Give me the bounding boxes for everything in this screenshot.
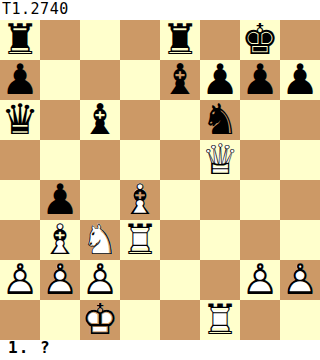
piece-white-knight-fill: ♞	[80, 220, 120, 260]
piece-white-bishop: ♗	[120, 180, 160, 220]
piece-white-rook-fill: ♜	[120, 220, 160, 260]
puzzle-title: T1.2740	[2, 0, 69, 18]
square-e6[interactable]	[160, 100, 200, 140]
piece-white-pawn: ♙	[0, 260, 40, 300]
square-f5[interactable]: ♛♕	[200, 140, 240, 180]
square-c3[interactable]: ♞♘	[80, 220, 120, 260]
square-g8[interactable]: ♚	[240, 20, 280, 60]
square-d4[interactable]: ♝♗	[120, 180, 160, 220]
square-g4[interactable]	[240, 180, 280, 220]
square-a5[interactable]	[0, 140, 40, 180]
piece-white-queen-fill: ♛	[200, 140, 240, 180]
piece-white-pawn-fill: ♟	[40, 260, 80, 300]
piece-black-pawn: ♟	[0, 60, 40, 100]
square-h8[interactable]	[280, 20, 320, 60]
square-h3[interactable]	[280, 220, 320, 260]
square-b8[interactable]	[40, 20, 80, 60]
piece-black-king: ♚	[240, 20, 280, 60]
square-b6[interactable]	[40, 100, 80, 140]
square-f3[interactable]	[200, 220, 240, 260]
square-g1[interactable]	[240, 300, 280, 340]
square-f7[interactable]: ♟	[200, 60, 240, 100]
piece-black-knight: ♞	[200, 100, 240, 140]
square-c8[interactable]	[80, 20, 120, 60]
piece-white-king: ♔	[80, 300, 120, 340]
piece-white-bishop-fill: ♝	[40, 220, 80, 260]
square-g3[interactable]	[240, 220, 280, 260]
square-b3[interactable]: ♝♗	[40, 220, 80, 260]
square-h2[interactable]: ♟♙	[280, 260, 320, 300]
square-c7[interactable]	[80, 60, 120, 100]
square-a4[interactable]	[0, 180, 40, 220]
piece-white-rook: ♖	[120, 220, 160, 260]
piece-white-queen: ♕	[200, 140, 240, 180]
piece-black-bishop: ♝	[160, 60, 200, 100]
square-e7[interactable]: ♝	[160, 60, 200, 100]
move-prompt: 1. ?	[8, 338, 51, 357]
square-f8[interactable]	[200, 20, 240, 60]
piece-white-bishop-fill: ♝	[120, 180, 160, 220]
piece-white-pawn-fill: ♟	[0, 260, 40, 300]
piece-black-pawn: ♟	[280, 60, 320, 100]
piece-black-rook: ♜	[0, 20, 40, 60]
square-f2[interactable]	[200, 260, 240, 300]
square-a7[interactable]: ♟	[0, 60, 40, 100]
piece-black-pawn: ♟	[200, 60, 240, 100]
piece-white-pawn-fill: ♟	[240, 260, 280, 300]
square-h4[interactable]	[280, 180, 320, 220]
square-g6[interactable]	[240, 100, 280, 140]
square-c2[interactable]: ♟♙	[80, 260, 120, 300]
square-h6[interactable]	[280, 100, 320, 140]
piece-white-rook-fill: ♜	[200, 300, 240, 340]
square-g2[interactable]: ♟♙	[240, 260, 280, 300]
piece-white-rook: ♖	[200, 300, 240, 340]
square-f4[interactable]	[200, 180, 240, 220]
square-e5[interactable]	[160, 140, 200, 180]
piece-black-bishop: ♝	[80, 100, 120, 140]
square-d6[interactable]	[120, 100, 160, 140]
piece-black-pawn: ♟	[40, 180, 80, 220]
square-b5[interactable]	[40, 140, 80, 180]
square-d7[interactable]	[120, 60, 160, 100]
square-a1[interactable]	[0, 300, 40, 340]
piece-black-pawn: ♟	[240, 60, 280, 100]
piece-black-rook: ♜	[160, 20, 200, 60]
piece-white-pawn: ♙	[280, 260, 320, 300]
square-b2[interactable]: ♟♙	[40, 260, 80, 300]
piece-white-pawn: ♙	[240, 260, 280, 300]
square-c4[interactable]	[80, 180, 120, 220]
square-e4[interactable]	[160, 180, 200, 220]
square-h1[interactable]	[280, 300, 320, 340]
square-e3[interactable]	[160, 220, 200, 260]
square-d8[interactable]	[120, 20, 160, 60]
piece-white-knight: ♘	[80, 220, 120, 260]
square-g7[interactable]: ♟	[240, 60, 280, 100]
piece-white-bishop: ♗	[40, 220, 80, 260]
square-a8[interactable]: ♜	[0, 20, 40, 60]
square-b7[interactable]	[40, 60, 80, 100]
square-g5[interactable]	[240, 140, 280, 180]
piece-white-pawn-fill: ♟	[280, 260, 320, 300]
square-f1[interactable]: ♜♖	[200, 300, 240, 340]
piece-white-pawn: ♙	[40, 260, 80, 300]
square-c1[interactable]: ♚♔	[80, 300, 120, 340]
square-h7[interactable]: ♟	[280, 60, 320, 100]
square-c6[interactable]: ♝	[80, 100, 120, 140]
square-a3[interactable]	[0, 220, 40, 260]
square-b4[interactable]: ♟	[40, 180, 80, 220]
piece-white-king-fill: ♚	[80, 300, 120, 340]
square-d5[interactable]	[120, 140, 160, 180]
square-e2[interactable]	[160, 260, 200, 300]
square-h5[interactable]	[280, 140, 320, 180]
square-f6[interactable]: ♞	[200, 100, 240, 140]
square-a2[interactable]: ♟♙	[0, 260, 40, 300]
square-d1[interactable]	[120, 300, 160, 340]
square-d3[interactable]: ♜♖	[120, 220, 160, 260]
piece-white-pawn-fill: ♟	[80, 260, 120, 300]
square-d2[interactable]	[120, 260, 160, 300]
square-b1[interactable]	[40, 300, 80, 340]
square-c5[interactable]	[80, 140, 120, 180]
piece-white-pawn: ♙	[80, 260, 120, 300]
square-e1[interactable]	[160, 300, 200, 340]
chess-board: ♜♜♚♟♝♟♟♟♛♝♞♛♕♟♝♗♝♗♞♘♜♖♟♙♟♙♟♙♟♙♟♙♚♔♜♖	[0, 20, 320, 340]
piece-black-queen: ♛	[0, 100, 40, 140]
square-e8[interactable]: ♜	[160, 20, 200, 60]
square-a6[interactable]: ♛	[0, 100, 40, 140]
